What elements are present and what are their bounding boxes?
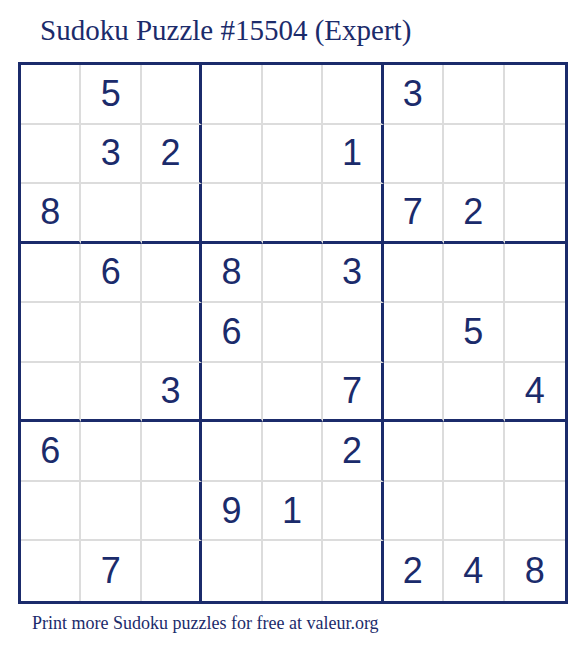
sudoku-cell-r6c8	[444, 363, 504, 423]
sudoku-cell-r7c5	[263, 422, 323, 482]
sudoku-cell-r5c6	[323, 303, 383, 363]
footer-text: Print more Sudoku puzzles for free at va…	[32, 613, 379, 634]
sudoku-cell-r8c4: 9	[202, 482, 262, 542]
sudoku-cell-r2c9	[505, 125, 565, 185]
sudoku-cell-r9c5	[263, 541, 323, 601]
sudoku-cell-r7c1: 6	[21, 422, 81, 482]
sudoku-cell-r9c7: 2	[384, 541, 444, 601]
sudoku-cell-r5c8: 5	[444, 303, 504, 363]
sudoku-cell-r9c6	[323, 541, 383, 601]
sudoku-cell-r7c6: 2	[323, 422, 383, 482]
sudoku-cell-r3c1: 8	[21, 184, 81, 244]
sudoku-cell-r3c2	[81, 184, 141, 244]
sudoku-cell-r2c3: 2	[142, 125, 202, 185]
sudoku-cell-r4c4: 8	[202, 244, 262, 304]
sudoku-cell-r6c1	[21, 363, 81, 423]
sudoku-cell-r5c3	[142, 303, 202, 363]
sudoku-cell-r2c5	[263, 125, 323, 185]
sudoku-cell-r3c3	[142, 184, 202, 244]
sudoku-cell-r6c7	[384, 363, 444, 423]
sudoku-cell-r4c9	[505, 244, 565, 304]
sudoku-cell-r2c2: 3	[81, 125, 141, 185]
sudoku-cell-r9c2: 7	[81, 541, 141, 601]
sudoku-cell-r9c9: 8	[505, 541, 565, 601]
sudoku-cell-r6c9: 4	[505, 363, 565, 423]
sudoku-cell-r1c6	[323, 65, 383, 125]
sudoku-cell-r1c3	[142, 65, 202, 125]
sudoku-cell-r1c7: 3	[384, 65, 444, 125]
sudoku-cell-r7c3	[142, 422, 202, 482]
sudoku-cell-r1c4	[202, 65, 262, 125]
sudoku-cell-r2c8	[444, 125, 504, 185]
sudoku-cell-r7c8	[444, 422, 504, 482]
sudoku-cell-r4c2: 6	[81, 244, 141, 304]
sudoku-cell-r8c8	[444, 482, 504, 542]
sudoku-cell-r6c3: 3	[142, 363, 202, 423]
sudoku-cell-r7c9	[505, 422, 565, 482]
page-title: Sudoku Puzzle #15504 (Expert)	[40, 14, 411, 47]
sudoku-cell-r4c5	[263, 244, 323, 304]
sudoku-cell-r8c2	[81, 482, 141, 542]
sudoku-cell-r4c7	[384, 244, 444, 304]
sudoku-cell-r8c9	[505, 482, 565, 542]
sudoku-cell-r9c1	[21, 541, 81, 601]
sudoku-cell-r4c3	[142, 244, 202, 304]
sudoku-cell-r9c4	[202, 541, 262, 601]
sudoku-cell-r2c1	[21, 125, 81, 185]
sudoku-cell-r4c6: 3	[323, 244, 383, 304]
sudoku-cell-r8c3	[142, 482, 202, 542]
sudoku-cell-r8c1	[21, 482, 81, 542]
sudoku-cell-r1c9	[505, 65, 565, 125]
sudoku-cell-r4c8	[444, 244, 504, 304]
sudoku-cell-r3c6	[323, 184, 383, 244]
sudoku-cell-r6c4	[202, 363, 262, 423]
sudoku-cell-r8c5: 1	[263, 482, 323, 542]
sudoku-cell-r9c8: 4	[444, 541, 504, 601]
sudoku-cell-r5c4: 6	[202, 303, 262, 363]
sudoku-cell-r2c4	[202, 125, 262, 185]
sudoku-cell-r7c2	[81, 422, 141, 482]
sudoku-cell-r3c7: 7	[384, 184, 444, 244]
sudoku-cell-r1c1	[21, 65, 81, 125]
sudoku-cell-r6c2	[81, 363, 141, 423]
sudoku-cell-r5c5	[263, 303, 323, 363]
sudoku-cell-r5c9	[505, 303, 565, 363]
sudoku-cell-r9c3	[142, 541, 202, 601]
sudoku-cell-r5c1	[21, 303, 81, 363]
sudoku-cell-r3c9	[505, 184, 565, 244]
sudoku-cell-r3c4	[202, 184, 262, 244]
sudoku-cell-r2c7	[384, 125, 444, 185]
sudoku-cell-r6c5	[263, 363, 323, 423]
sudoku-cell-r5c7	[384, 303, 444, 363]
sudoku-cell-r1c8	[444, 65, 504, 125]
sudoku-cell-r3c8: 2	[444, 184, 504, 244]
sudoku-cell-r8c7	[384, 482, 444, 542]
sudoku-cell-r2c6: 1	[323, 125, 383, 185]
sudoku-cell-r1c2: 5	[81, 65, 141, 125]
sudoku-cell-r6c6: 7	[323, 363, 383, 423]
sudoku-cell-r8c6	[323, 482, 383, 542]
sudoku-cell-r1c5	[263, 65, 323, 125]
sudoku-cell-r7c4	[202, 422, 262, 482]
sudoku-cell-r4c1	[21, 244, 81, 304]
sudoku-cell-r7c7	[384, 422, 444, 482]
sudoku-grid: 533218726836537462917248	[18, 62, 568, 604]
sudoku-cell-r5c2	[81, 303, 141, 363]
sudoku-cell-r3c5	[263, 184, 323, 244]
